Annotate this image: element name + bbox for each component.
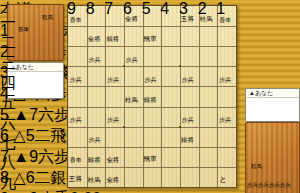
board-gridline [199,6,200,187]
piece-kanji: 車 [150,35,157,42]
rank-label: 三 [0,53,16,74]
file-label: 6 [123,0,142,18]
piece-kanji: 車 [24,26,30,32]
board-gridline [161,6,162,187]
piece-gin[interactable]: 銀将 [88,148,103,164]
piece-kanji: 将 [94,156,100,163]
rank-label: 一 [0,13,16,34]
piece-fu[interactable]: 歩兵 [182,108,195,123]
sente-player-panel: ▲あなた [245,88,300,122]
piece-fu[interactable]: 歩兵 [89,128,102,143]
piece-kei[interactable]: 桂馬 [251,154,264,168]
piece-gin[interactable]: 銀将 [144,88,159,104]
piece-kanji: 馬 [48,14,54,20]
piece-kanji: 兵 [95,137,101,143]
piece-kanji: 兵 [132,57,138,63]
piece-kei[interactable]: 桂馬 [88,168,103,184]
board-gridline [68,107,236,108]
piece-kin[interactable]: 金将 [106,168,121,184]
piece-fu[interactable]: 歩兵 [126,48,139,63]
piece-fu[interactable]: 歩兵 [145,68,158,83]
piece-kanji: と [219,175,227,184]
piece-kanji: 将 [150,96,156,103]
piece-kin[interactable]: 金将 [88,27,103,43]
piece-fu[interactable]: 歩兵 [107,68,120,83]
piece-gin[interactable]: 銀将 [106,27,121,43]
piece-fu[interactable]: 歩兵 [89,48,102,63]
piece-kanji: 馬 [131,96,137,103]
piece-kanji: 兵 [113,117,119,123]
piece-tokin[interactable]: と [219,168,232,183]
rank-label: 九 [0,173,16,193]
piece-kin[interactable]: 金将 [106,148,121,164]
file-label: 7 [104,0,123,18]
piece-gin[interactable]: 銀将 [181,128,196,144]
piece-fu[interactable]: 歩兵 [280,173,293,187]
piece-kanji: 兵 [113,77,119,83]
file-label: 8 [86,0,105,18]
piece-kanji: 馬 [94,176,100,183]
file-label: 2 [198,0,217,18]
rank-label: 七 [0,133,16,154]
piece-kanji: 車 [150,155,157,162]
rank-label: 四 [0,73,16,94]
piece-kanji: 馬 [257,163,263,169]
board-gridline [180,6,181,187]
piece-kanji: 将 [187,136,193,143]
gote-player-label: △あなた [8,63,63,72]
piece-ou[interactable]: 王将 [69,167,85,184]
piece-kanji: 将 [113,156,119,163]
file-label: 1 [216,0,235,18]
board-star-point [123,126,125,128]
piece-fu[interactable]: 歩兵 [70,68,83,83]
piece-fu[interactable]: 歩兵 [107,108,120,123]
piece-hi[interactable]: 飛車 [143,27,159,44]
piece-kanji: 兵 [188,117,194,123]
piece-kanji: 兵 [225,77,231,83]
piece-kanji: 車 [76,157,82,163]
piece-kei[interactable]: 桂馬 [42,5,55,19]
sente-player-area [246,98,299,121]
board-gridline [217,6,218,187]
piece-fu[interactable]: 歩兵 [219,68,232,83]
file-label: 3 [179,0,198,18]
piece-fu[interactable]: 歩兵 [182,68,195,83]
piece-kanji: 兵 [188,77,194,83]
piece-hi[interactable]: 飛車 [143,147,159,164]
rank-label: 五 [0,93,16,114]
piece-kanji: 兵 [286,182,292,188]
piece-kyo[interactable]: 香車 [18,17,31,31]
piece-kanji: 兵 [225,117,231,123]
piece-kanji: 将 [75,175,82,182]
piece-kanji: 将 [113,176,119,183]
piece-kanji: 兵 [95,57,101,63]
file-label: 5 [142,0,161,18]
piece-kyo[interactable]: 香車 [70,148,83,163]
piece-kanji: 兵 [76,117,82,123]
piece-fu[interactable]: 歩兵 [219,108,232,123]
gote-player-area [8,72,63,98]
piece-kei[interactable]: 桂馬 [125,88,140,104]
rank-label: 六 [0,113,16,134]
sente-player-label: ▲あなた [246,89,299,98]
piece-kanji: 兵 [76,77,82,83]
file-label: 4 [160,0,179,18]
rank-label: 二 [0,33,16,54]
piece-kanji: 兵 [151,77,157,83]
piece-fu[interactable]: 歩兵 [70,108,83,123]
piece-kanji: 将 [94,35,100,42]
piece-kanji: 将 [113,35,119,42]
rank-label: 八 [0,153,16,174]
file-label: 9 [67,0,86,18]
kifu-move-time: 0:00 [70,190,101,193]
app-window: △あなた 本譜 ▾ 1 ▲5六歩0:002 △3四歩0:003 ▲5八飛0:00… [0,0,300,193]
